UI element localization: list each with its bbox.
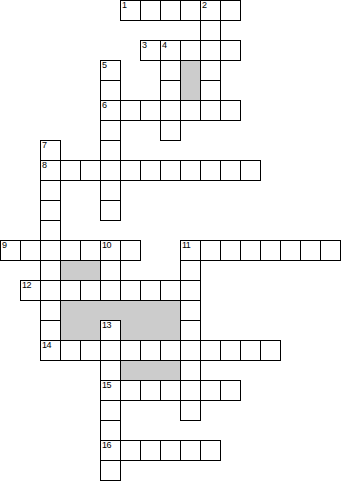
grid-cell[interactable] [80,280,101,301]
grid-cell[interactable] [100,180,121,201]
grid-cell[interactable]: 8 [40,160,61,181]
grid-cell[interactable] [100,140,121,161]
clue-number: 10 [102,241,111,250]
grid-cell[interactable] [120,380,141,401]
grid-cell[interactable] [160,280,181,301]
grid-cell[interactable] [160,60,181,81]
grid-cell[interactable] [200,80,221,101]
blocked-cell [140,300,161,321]
grid-cell[interactable] [200,100,221,121]
blocked-cell [80,260,101,281]
grid-cell[interactable] [40,220,61,241]
blocked-cell [60,260,81,281]
blocked-cell [160,300,181,321]
blocked-cell [180,60,201,81]
grid-cell[interactable]: 7 [40,140,61,161]
grid-cell[interactable]: 9 [0,240,21,261]
grid-cell[interactable] [160,80,181,101]
grid-cell[interactable] [160,340,181,361]
grid-cell[interactable] [180,340,201,361]
grid-cell[interactable] [140,440,161,461]
blocked-cell [120,320,141,341]
grid-cell[interactable] [180,440,201,461]
clue-number: 14 [42,341,51,350]
grid-cell[interactable] [140,0,161,21]
grid-cell[interactable]: 11 [180,240,201,261]
grid-cell[interactable] [100,280,121,301]
blocked-cell [120,300,141,321]
grid-cell[interactable] [200,240,221,261]
clue-number: 3 [142,41,147,50]
grid-cell[interactable] [40,320,61,341]
blocked-cell [80,320,101,341]
grid-cell[interactable] [180,320,201,341]
clue-number: 15 [102,381,111,390]
grid-cell[interactable] [80,240,101,261]
grid-cell[interactable]: 12 [20,280,41,301]
grid-cell[interactable] [100,360,121,381]
grid-cell[interactable] [160,380,181,401]
grid-cell[interactable] [120,440,141,461]
grid-cell[interactable] [180,100,201,121]
grid-cell[interactable] [120,100,141,121]
grid-cell[interactable] [240,340,261,361]
blocked-cell [140,320,161,341]
grid-cell[interactable] [160,100,181,121]
grid-cell[interactable] [100,120,121,141]
grid-cell[interactable] [40,300,61,321]
blocked-cell [160,360,181,381]
grid-cell[interactable] [140,160,161,181]
grid-cell[interactable] [160,120,181,141]
grid-cell[interactable]: 6 [100,100,121,121]
grid-cell[interactable] [200,380,221,401]
grid-cell[interactable] [60,280,81,301]
grid-cell[interactable] [140,100,161,121]
grid-cell[interactable] [100,340,121,361]
grid-cell[interactable] [160,440,181,461]
grid-cell[interactable] [260,240,281,261]
grid-cell[interactable] [140,340,161,361]
grid-cell[interactable] [100,420,121,441]
grid-cell[interactable] [220,40,241,61]
clue-number: 13 [102,321,111,330]
grid-cell[interactable] [120,160,141,181]
clue-number: 1 [122,1,127,10]
grid-cell[interactable] [40,260,61,281]
blocked-cell [140,360,161,381]
grid-cell[interactable] [20,240,41,261]
grid-cell[interactable] [180,300,201,321]
grid-cell[interactable] [200,160,221,181]
grid-cell[interactable]: 10 [100,240,121,261]
grid-cell[interactable] [40,200,61,221]
grid-cell[interactable] [140,380,161,401]
grid-cell[interactable] [80,160,101,181]
grid-cell[interactable] [120,340,141,361]
grid-cell[interactable] [60,160,81,181]
blocked-cell [180,80,201,101]
grid-cell[interactable] [180,260,201,281]
grid-cell[interactable] [300,240,321,261]
grid-cell[interactable] [100,200,121,221]
grid-cell[interactable] [180,360,201,381]
grid-cell[interactable] [220,100,241,121]
grid-cell[interactable] [140,280,161,301]
blocked-cell [120,360,141,381]
grid-cell[interactable] [180,0,201,21]
clue-number: 5 [102,61,107,70]
grid-cell[interactable] [280,240,301,261]
clue-number: 9 [2,241,7,250]
grid-cell[interactable] [260,340,281,361]
grid-cell[interactable]: 5 [100,60,121,81]
clue-number: 16 [102,441,111,450]
grid-cell[interactable] [40,240,61,261]
grid-cell[interactable] [180,280,201,301]
grid-cell[interactable] [120,240,141,261]
grid-cell[interactable] [120,280,141,301]
clue-number: 6 [102,101,107,110]
grid-cell[interactable]: 3 [140,40,161,61]
grid-cell[interactable] [100,400,121,421]
grid-cell[interactable]: 13 [100,320,121,341]
grid-cell[interactable] [160,160,181,181]
grid-cell[interactable] [200,340,221,361]
grid-cell[interactable] [220,340,241,361]
grid-cell[interactable] [240,240,261,261]
grid-cell[interactable]: 15 [100,380,121,401]
clue-number: 7 [42,141,47,150]
blocked-cell [100,300,121,321]
blocked-cell [160,320,181,341]
grid-cell[interactable] [180,400,201,421]
grid-cell[interactable] [320,240,341,261]
clue-number: 8 [42,161,47,170]
blocked-cell [60,320,81,341]
grid-cell[interactable] [220,160,241,181]
grid-cell[interactable] [180,160,201,181]
grid-cell[interactable] [100,260,121,281]
grid-cell[interactable] [220,0,241,21]
grid-cell[interactable] [180,40,201,61]
grid-cell[interactable] [220,240,241,261]
grid-cell[interactable] [180,380,201,401]
grid-cell[interactable]: 16 [100,440,121,461]
grid-cell[interactable] [200,440,221,461]
grid-cell[interactable] [100,80,121,101]
grid-cell[interactable] [60,240,81,261]
grid-cell[interactable] [40,280,61,301]
blocked-cell [60,300,81,321]
grid-cell[interactable]: 2 [200,0,221,21]
crossword-grid: 12345678910111213141516 [0,0,341,481]
grid-cell[interactable] [200,40,221,61]
clue-number: 11 [182,241,190,250]
grid-cell[interactable] [200,60,221,81]
grid-cell[interactable] [240,160,261,181]
grid-cell[interactable] [220,380,241,401]
clue-number: 12 [22,281,31,290]
grid-cell[interactable] [100,460,121,481]
grid-cell[interactable] [160,0,181,21]
clue-number: 4 [162,41,167,50]
grid-cell[interactable]: 14 [40,340,61,361]
grid-cell[interactable] [60,340,81,361]
grid-cell[interactable]: 1 [120,0,141,21]
grid-cell[interactable] [80,340,101,361]
clue-number: 2 [202,1,207,10]
grid-cell[interactable]: 4 [160,40,181,61]
grid-cell[interactable] [200,20,221,41]
blocked-cell [80,300,101,321]
grid-cell[interactable] [100,160,121,181]
grid-cell[interactable] [40,180,61,201]
